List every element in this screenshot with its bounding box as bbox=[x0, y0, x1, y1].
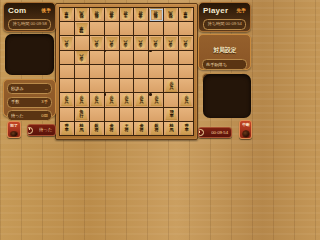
board-cell-8四[interactable]: 歩兵 bbox=[75, 51, 89, 64]
board-cell-9一[interactable]: 香車 bbox=[60, 8, 74, 21]
board-cell-9七[interactable]: 歩兵 bbox=[60, 93, 74, 106]
board-cell-7三[interactable]: 歩兵 bbox=[90, 36, 104, 49]
board-cell-5四[interactable] bbox=[120, 51, 134, 64]
board-cell-8九[interactable]: 桂馬 bbox=[75, 122, 89, 135]
board-cell-5八[interactable] bbox=[120, 108, 134, 121]
piece-kanji: 歩兵 bbox=[154, 96, 158, 103]
suspend-button[interactable]: 中断 bbox=[239, 120, 252, 139]
board-cell-1三[interactable]: 歩兵 bbox=[179, 36, 193, 49]
selection-cursor bbox=[150, 9, 163, 21]
board-cell-4六[interactable] bbox=[134, 79, 148, 92]
piece-kanji: 桂馬 bbox=[80, 11, 84, 18]
resign-button-label: 投了 bbox=[10, 123, 18, 129]
board-cell-1二[interactable] bbox=[179, 22, 193, 35]
board-cell-1六[interactable] bbox=[179, 79, 193, 92]
board-cell-4九[interactable]: 金将 bbox=[134, 122, 148, 135]
board-cell-4四[interactable] bbox=[134, 51, 148, 64]
shogi-piece-P[interactable]: 歩兵 bbox=[135, 94, 147, 107]
board-cell-7八[interactable] bbox=[90, 108, 104, 121]
shogi-piece-l[interactable]: 香車 bbox=[61, 8, 73, 21]
piece-kanji: 歩兵 bbox=[169, 39, 173, 46]
board-cell-3二[interactable] bbox=[149, 22, 163, 35]
board-cell-7二[interactable] bbox=[90, 22, 104, 35]
board-cell-4三[interactable]: 歩兵 bbox=[134, 36, 148, 49]
com-side-label: 後手 bbox=[41, 8, 51, 15]
board-cell-5九[interactable]: 王将 bbox=[120, 122, 134, 135]
remaining-time-chip: 00:09:54 bbox=[198, 127, 232, 138]
shogi-piece-p[interactable]: 歩兵 bbox=[106, 37, 118, 50]
resign-button-icon bbox=[10, 131, 18, 137]
board-cell-3一[interactable]: 銀将 bbox=[149, 8, 163, 21]
settings-title: 対局設定 bbox=[213, 47, 236, 55]
board-cell-8六[interactable] bbox=[75, 79, 89, 92]
piece-kanji: 歩兵 bbox=[184, 96, 188, 103]
board-cell-4五[interactable] bbox=[134, 65, 148, 78]
shogi-piece-S[interactable]: 銀将 bbox=[150, 122, 162, 135]
player-time-text: 持ち時間 00:09:54 bbox=[207, 21, 241, 27]
piece-kanji: 桂馬 bbox=[169, 125, 173, 132]
board-cell-7七[interactable]: 歩兵 bbox=[90, 93, 104, 106]
piece-kanji: 銀将 bbox=[95, 125, 99, 132]
board-cell-6九[interactable]: 金将 bbox=[105, 122, 119, 135]
player-name: Player bbox=[203, 6, 228, 15]
board-cell-1四[interactable] bbox=[179, 51, 193, 64]
board-cell-6四[interactable] bbox=[105, 51, 119, 64]
clock-icon bbox=[198, 129, 204, 136]
shogi-piece-r[interactable]: 飛車 bbox=[76, 23, 88, 36]
shogi-piece-B[interactable]: 角行 bbox=[76, 108, 88, 121]
undo-button[interactable]: 待った bbox=[27, 124, 56, 136]
piece-kanji: 歩兵 bbox=[95, 39, 99, 46]
piece-kanji: 銀将 bbox=[95, 11, 99, 18]
piece-kanji: 香車 bbox=[184, 125, 188, 132]
com-player-panel: Com 後手 持ち時間 00:09:58 bbox=[3, 2, 56, 32]
byoyomi-label: 秒読み bbox=[11, 86, 24, 92]
shogi-piece-s[interactable]: 銀将 bbox=[91, 8, 103, 21]
board-cell-4一[interactable]: 金将 bbox=[134, 8, 148, 21]
piece-kanji: 香車 bbox=[184, 11, 188, 18]
shogi-piece-L[interactable]: 香車 bbox=[180, 122, 192, 135]
board-cell-6五[interactable] bbox=[105, 65, 119, 78]
board-cell-8三[interactable] bbox=[75, 36, 89, 49]
board-grid: 香車桂馬銀将金将玉将金将銀将桂馬香車飛車歩兵歩兵歩兵歩兵歩兵歩兵歩兵歩兵歩兵歩兵… bbox=[59, 7, 194, 136]
suspend-button-label: 中断 bbox=[242, 122, 250, 128]
board-cell-2四[interactable] bbox=[164, 51, 178, 64]
shogi-piece-p[interactable]: 歩兵 bbox=[165, 37, 177, 50]
board-cell-4二[interactable] bbox=[134, 22, 148, 35]
board-cell-9八[interactable] bbox=[60, 108, 74, 121]
board-cell-2二[interactable] bbox=[164, 22, 178, 35]
board-cell-1一[interactable]: 香車 bbox=[179, 8, 193, 21]
board-cell-7九[interactable]: 銀将 bbox=[90, 122, 104, 135]
shogi-piece-K[interactable]: 王将 bbox=[120, 122, 132, 135]
undo-button-label: 待った bbox=[39, 127, 52, 133]
player-side-label: 先手 bbox=[236, 8, 246, 15]
board-cell-4八[interactable] bbox=[134, 108, 148, 121]
piece-kanji: 歩兵 bbox=[80, 54, 84, 61]
board-cell-8八[interactable]: 角行 bbox=[75, 108, 89, 121]
piece-kanji: 歩兵 bbox=[139, 96, 143, 103]
board-cell-2七[interactable] bbox=[164, 93, 178, 106]
settings-title-wrap: 対局設定 bbox=[202, 39, 247, 57]
board-cell-6七[interactable]: 歩兵 bbox=[105, 93, 119, 106]
shogi-piece-P[interactable]: 歩兵 bbox=[91, 94, 103, 107]
board-cell-1八[interactable] bbox=[179, 108, 193, 121]
move-count-label: 手数 bbox=[11, 99, 19, 105]
board-cell-8一[interactable]: 桂馬 bbox=[75, 8, 89, 21]
byoyomi-value: -- bbox=[45, 86, 48, 90]
shogi-piece-P[interactable]: 歩兵 bbox=[165, 79, 177, 92]
undo-arrow-icon bbox=[27, 127, 33, 134]
piece-kanji: 桂馬 bbox=[169, 11, 173, 18]
board-cell-7五[interactable] bbox=[90, 65, 104, 78]
board-cell-5七[interactable]: 歩兵 bbox=[120, 93, 134, 106]
shogi-piece-P[interactable]: 歩兵 bbox=[106, 94, 118, 107]
com-time-pill: 持ち時間 00:09:58 bbox=[8, 19, 51, 30]
board-cell-1七[interactable]: 歩兵 bbox=[179, 93, 193, 106]
board-cell-9三[interactable]: 歩兵 bbox=[60, 36, 74, 49]
piece-kanji: 銀将 bbox=[154, 125, 158, 132]
sente-handicap-row[interactable]: 先手駒落ち なし bbox=[202, 59, 247, 70]
shogi-piece-P[interactable]: 歩兵 bbox=[76, 94, 88, 107]
shogi-piece-p[interactable]: 歩兵 bbox=[61, 37, 73, 50]
shogi-piece-n[interactable]: 桂馬 bbox=[76, 8, 88, 21]
piece-kanji: 歩兵 bbox=[139, 39, 143, 46]
board-cell-6八[interactable] bbox=[105, 108, 119, 121]
move-count-value: 3手 bbox=[41, 99, 48, 105]
shogi-piece-R[interactable]: 飛車 bbox=[165, 108, 177, 121]
shogi-piece-G[interactable]: 金将 bbox=[135, 122, 147, 135]
shogi-piece-N[interactable]: 桂馬 bbox=[165, 122, 177, 135]
board-cell-7四[interactable] bbox=[90, 51, 104, 64]
human-player-panel: Player 先手 持ち時間 00:09:54 bbox=[198, 2, 251, 32]
board-cell-2三[interactable]: 歩兵 bbox=[164, 36, 178, 49]
suspend-button-icon bbox=[242, 130, 250, 138]
piece-kanji: 香車 bbox=[65, 125, 69, 132]
board-cell-2九[interactable]: 桂馬 bbox=[164, 122, 178, 135]
piece-kanji: 歩兵 bbox=[80, 96, 84, 103]
shogi-piece-k[interactable]: 玉将 bbox=[120, 8, 132, 21]
player-time-pill: 持ち時間 00:09:54 bbox=[203, 19, 246, 30]
board-cell-5一[interactable]: 玉将 bbox=[120, 8, 134, 21]
shogi-piece-G[interactable]: 金将 bbox=[106, 122, 118, 135]
board-cell-4七[interactable]: 歩兵 bbox=[134, 93, 148, 106]
board-cell-1九[interactable]: 香車 bbox=[179, 122, 193, 135]
shogi-piece-p[interactable]: 歩兵 bbox=[120, 37, 132, 50]
piece-kanji: 飛車 bbox=[169, 110, 173, 117]
piece-kanji: 歩兵 bbox=[169, 82, 173, 89]
piece-kanji: 歩兵 bbox=[65, 96, 69, 103]
board-cell-9六[interactable] bbox=[60, 79, 74, 92]
match-settings-panel: 対局設定 先手駒落ち なし 後手駒落ち 角 bbox=[198, 34, 251, 70]
sente-handicap-label: 先手駒落ち bbox=[206, 62, 227, 68]
board-cell-3三[interactable]: 歩兵 bbox=[149, 36, 163, 49]
shogi-piece-P[interactable]: 歩兵 bbox=[150, 94, 162, 107]
board-cell-2六[interactable]: 歩兵 bbox=[164, 79, 178, 92]
piece-kanji: 歩兵 bbox=[109, 39, 113, 46]
shogi-piece-p[interactable]: 歩兵 bbox=[150, 37, 162, 50]
board-cell-9二[interactable] bbox=[60, 22, 74, 35]
board-cell-5二[interactable] bbox=[120, 22, 134, 35]
board-cell-2一[interactable]: 桂馬 bbox=[164, 8, 178, 21]
piece-kanji: 歩兵 bbox=[184, 39, 188, 46]
sente-piece-stand bbox=[203, 74, 251, 118]
shogi-piece-n[interactable]: 桂馬 bbox=[165, 8, 177, 21]
board-cell-9四[interactable] bbox=[60, 51, 74, 64]
shogi-piece-l[interactable]: 香車 bbox=[180, 8, 192, 21]
piece-kanji: 角行 bbox=[80, 110, 84, 117]
shogi-piece-g[interactable]: 金将 bbox=[135, 8, 147, 21]
piece-kanji: 王将 bbox=[124, 125, 128, 132]
piece-kanji: 歩兵 bbox=[154, 39, 158, 46]
move-count-row: 手数 3手 bbox=[7, 97, 52, 108]
board-cell-6三[interactable]: 歩兵 bbox=[105, 36, 119, 49]
resign-button[interactable]: 投了 bbox=[7, 121, 21, 138]
board-cell-5五[interactable] bbox=[120, 65, 134, 78]
takeback-count-row: 待った 0回 bbox=[7, 110, 52, 121]
com-time-text: 持ち時間 00:09:58 bbox=[12, 21, 46, 27]
piece-kanji: 金将 bbox=[139, 125, 143, 132]
byoyomi-row: 秒読み -- bbox=[7, 83, 52, 94]
piece-kanji: 金将 bbox=[109, 11, 113, 18]
board-cell-3八[interactable] bbox=[149, 108, 163, 121]
piece-kanji: 金将 bbox=[139, 11, 143, 18]
board-cell-5六[interactable] bbox=[120, 79, 134, 92]
takeback-count-label: 待った bbox=[11, 113, 24, 119]
piece-kanji: 歩兵 bbox=[124, 39, 128, 46]
shogi-piece-p[interactable]: 歩兵 bbox=[180, 37, 192, 50]
piece-kanji: 玉将 bbox=[124, 11, 128, 18]
shogi-piece-P[interactable]: 歩兵 bbox=[61, 94, 73, 107]
board-cell-2八[interactable]: 飛車 bbox=[164, 108, 178, 121]
board-cell-5三[interactable]: 歩兵 bbox=[120, 36, 134, 49]
shogi-piece-L[interactable]: 香車 bbox=[61, 122, 73, 135]
board-cell-7六[interactable] bbox=[90, 79, 104, 92]
board-cell-6一[interactable]: 金将 bbox=[105, 8, 119, 21]
piece-kanji: 歩兵 bbox=[109, 96, 113, 103]
board-cell-8七[interactable]: 歩兵 bbox=[75, 93, 89, 106]
board-cell-3六[interactable] bbox=[149, 79, 163, 92]
board-cell-2五[interactable] bbox=[164, 65, 178, 78]
piece-kanji: 金将 bbox=[109, 125, 113, 132]
board-cell-6二[interactable] bbox=[105, 22, 119, 35]
shogi-piece-p[interactable]: 歩兵 bbox=[135, 37, 147, 50]
shogi-piece-S[interactable]: 銀将 bbox=[91, 122, 103, 135]
shogi-piece-P[interactable]: 歩兵 bbox=[180, 94, 192, 107]
shogi-piece-P[interactable]: 歩兵 bbox=[120, 94, 132, 107]
gote-piece-stand bbox=[5, 34, 54, 75]
shogi-board: 香車桂馬銀将金将玉将金将銀将桂馬香車飛車歩兵歩兵歩兵歩兵歩兵歩兵歩兵歩兵歩兵歩兵… bbox=[55, 3, 198, 140]
piece-kanji: 飛車 bbox=[80, 25, 84, 32]
shogi-piece-g[interactable]: 金将 bbox=[106, 8, 118, 21]
com-name: Com bbox=[8, 6, 26, 15]
board-cell-3九[interactable]: 銀将 bbox=[149, 122, 163, 135]
piece-kanji: 歩兵 bbox=[65, 39, 69, 46]
takeback-count-value: 0回 bbox=[41, 113, 48, 119]
board-cell-3四[interactable] bbox=[149, 51, 163, 64]
board-cell-3五[interactable] bbox=[149, 65, 163, 78]
shogi-piece-p[interactable]: 歩兵 bbox=[76, 51, 88, 64]
piece-kanji: 歩兵 bbox=[95, 96, 99, 103]
shogi-piece-N[interactable]: 桂馬 bbox=[76, 122, 88, 135]
shogi-piece-p[interactable]: 歩兵 bbox=[91, 37, 103, 50]
piece-kanji: 桂馬 bbox=[80, 125, 84, 132]
game-info-panel: 秒読み -- 手数 3手 待った 0回 bbox=[3, 79, 56, 117]
board-cell-1五[interactable] bbox=[179, 65, 193, 78]
piece-kanji: 歩兵 bbox=[124, 96, 128, 103]
board-cell-8五[interactable] bbox=[75, 65, 89, 78]
remaining-time-text: 00:09:54 bbox=[211, 130, 228, 134]
board-cell-6六[interactable] bbox=[105, 79, 119, 92]
hoshi-dot bbox=[149, 93, 152, 96]
piece-kanji: 香車 bbox=[65, 11, 69, 18]
board-cell-8二[interactable]: 飛車 bbox=[75, 22, 89, 35]
board-cell-7一[interactable]: 銀将 bbox=[90, 8, 104, 21]
board-cell-9五[interactable] bbox=[60, 65, 74, 78]
board-cell-9九[interactable]: 香車 bbox=[60, 122, 74, 135]
